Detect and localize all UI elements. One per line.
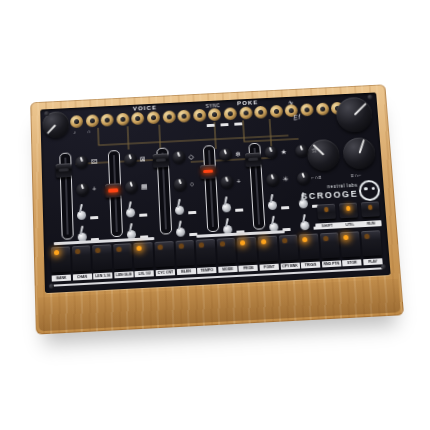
- patch-jack[interactable]: [193, 109, 206, 122]
- function-led: [368, 205, 373, 210]
- column-icon-mid: ○: [190, 180, 195, 187]
- section-label-poke: POKE: [237, 99, 259, 106]
- voice-column: ⚄+: [57, 151, 104, 244]
- right-knob-b[interactable]: [342, 137, 376, 170]
- toggle-switch[interactable]: [300, 221, 310, 230]
- panel-screw: [49, 284, 54, 289]
- step-key-16[interactable]: [361, 230, 382, 256]
- patch-jack[interactable]: [85, 114, 98, 127]
- slider-led: [203, 169, 213, 173]
- small-knob[interactable]: [264, 146, 278, 159]
- step-key-10[interactable]: [237, 237, 257, 263]
- function-button-group: [317, 201, 380, 219]
- patch-jack[interactable]: [300, 103, 314, 116]
- small-knob[interactable]: [75, 155, 88, 168]
- voice-column: ⊠▦: [106, 148, 153, 241]
- column-icon-top: ◇: [188, 153, 194, 160]
- small-knob[interactable]: [220, 175, 234, 188]
- step-key-1[interactable]: [51, 246, 70, 272]
- column-icon-mid: +: [236, 178, 240, 185]
- step-label: POINT: [259, 264, 279, 271]
- patch-jack[interactable]: [254, 106, 268, 119]
- small-knob[interactable]: [266, 173, 280, 186]
- panel-screw: [367, 95, 372, 100]
- step-led: [261, 239, 266, 244]
- step-led: [116, 247, 121, 252]
- small-knob[interactable]: [124, 153, 137, 166]
- column-icon-mid: ▦: [141, 183, 148, 190]
- function-button-util[interactable]: [339, 203, 358, 219]
- patch-jack[interactable]: [131, 112, 144, 125]
- step-key-11[interactable]: [258, 236, 278, 262]
- step-key-7[interactable]: [175, 240, 195, 266]
- function-button-run[interactable]: [361, 201, 380, 217]
- face-logo: [358, 180, 380, 202]
- step-key-2[interactable]: [72, 245, 92, 271]
- step-led: [75, 249, 80, 254]
- slider-led: [59, 168, 69, 172]
- small-knob[interactable]: [125, 180, 138, 193]
- toggle-micro-label: [139, 213, 147, 216]
- step-led: [95, 248, 100, 253]
- column-icon-top: ☆: [311, 147, 318, 154]
- step-key-4[interactable]: [113, 243, 133, 269]
- patch-jack[interactable]: [101, 114, 114, 127]
- small-knob[interactable]: [297, 171, 311, 184]
- patch-jack[interactable]: [177, 110, 190, 123]
- step-label: BLEN: [176, 268, 195, 275]
- column-icon-top: ⊠: [140, 155, 146, 162]
- slider-led: [156, 158, 166, 162]
- jack-micro-label: [234, 122, 242, 125]
- step-led: [364, 234, 369, 239]
- ef-glyph: Ef: [293, 113, 302, 121]
- slider-led: [248, 157, 258, 161]
- synthesizer-device: VOICE SYNC POKE ∿ ♪ ∩ Ef ⌐∩≡ ≡∩⌐ ⚄+⊠▦◇○❄…: [30, 84, 404, 334]
- small-knob[interactable]: [76, 183, 89, 196]
- toggle-switch[interactable]: [175, 206, 184, 215]
- step-label: CHAN: [72, 273, 91, 280]
- step-led: [137, 246, 142, 251]
- step-led: [323, 236, 328, 241]
- function-led: [346, 206, 351, 211]
- step-key-3[interactable]: [92, 244, 112, 270]
- step-key-14[interactable]: [320, 232, 340, 258]
- slider-led: [108, 188, 118, 192]
- step-key-9[interactable]: [216, 238, 236, 264]
- step-led: [158, 245, 163, 250]
- patch-jack[interactable]: [147, 111, 160, 124]
- step-key-5[interactable]: [134, 242, 154, 268]
- step-label: TRIG/S: [301, 262, 321, 269]
- front-panel: VOICE SYNC POKE ∿ ♪ ∩ Ef ⌐∩≡ ≡∩⌐ ⚄+⊠▦◇○❄…: [40, 92, 390, 293]
- step-label: STOR: [342, 259, 362, 266]
- product-photo-scene: VOICE SYNC POKE ∿ ♪ ∩ Ef ⌐∩≡ ≡∩⌐ ⚄+⊠▦◇○❄…: [0, 0, 430, 430]
- step-key-13[interactable]: [299, 233, 319, 259]
- function-led: [324, 207, 329, 212]
- patch-jack[interactable]: [208, 108, 221, 121]
- step-label: CYC CNT: [156, 269, 175, 276]
- function-label: RUN: [367, 222, 375, 226]
- small-knob[interactable]: [295, 144, 309, 157]
- toggle-switch[interactable]: [126, 208, 135, 217]
- function-button-shift[interactable]: [317, 204, 336, 220]
- step-led: [220, 241, 225, 246]
- column-icon-top: ⚄: [91, 158, 97, 165]
- column-icon-mid: +: [92, 185, 96, 192]
- step-label: PROB: [239, 265, 258, 272]
- step-label: CPY BNK: [280, 263, 300, 270]
- patch-jack[interactable]: [70, 115, 83, 128]
- column-icon-top: ❄: [235, 151, 241, 158]
- step-label: LEN GLB: [114, 271, 133, 278]
- patch-jack[interactable]: [269, 105, 283, 118]
- toggle-switch[interactable]: [222, 203, 231, 212]
- patch-jack[interactable]: [223, 107, 236, 120]
- headphone-icon: ∩: [87, 128, 91, 134]
- toggle-micro-label: [90, 216, 98, 219]
- jack-micro-label: [207, 124, 215, 127]
- step-label: TEMPO: [197, 267, 216, 274]
- step-key-8[interactable]: [196, 239, 216, 265]
- small-knob[interactable]: [219, 148, 233, 161]
- section-label-sync: SYNC: [206, 103, 221, 109]
- voice-column: ❄+: [201, 144, 250, 237]
- function-label: UTIL: [346, 223, 355, 227]
- function-label: SHIFT: [322, 224, 333, 229]
- slider-cap[interactable]: [200, 164, 217, 179]
- patch-jack[interactable]: [239, 106, 253, 119]
- step-label: RND PTN: [322, 260, 342, 267]
- waveform-squiggle-icon: ∿: [288, 99, 295, 106]
- slider-cap[interactable]: [153, 153, 169, 167]
- toggle-switch[interactable]: [77, 211, 86, 220]
- jack-micro-label: [220, 123, 228, 126]
- slider-cap[interactable]: [56, 163, 72, 178]
- step-key-15[interactable]: [340, 231, 361, 257]
- toggle-micro-label: [188, 211, 196, 214]
- patch-jack[interactable]: [315, 103, 329, 116]
- panel-screw: [381, 264, 386, 269]
- step-led: [199, 242, 204, 247]
- step-led: [54, 250, 59, 255]
- step-led: [282, 238, 287, 243]
- small-knob[interactable]: [174, 178, 188, 191]
- toggle-switch[interactable]: [176, 227, 185, 236]
- top-right-knob[interactable]: [335, 97, 373, 133]
- step-led: [344, 235, 349, 240]
- patch-jack[interactable]: [162, 110, 175, 123]
- toggle-micro-label: [235, 208, 243, 211]
- slider-cap[interactable]: [105, 183, 121, 198]
- patch-jack[interactable]: [116, 113, 129, 126]
- waveform-glyph-right: ≡∩⌐: [351, 172, 362, 178]
- model-name: SCROOGE: [301, 188, 359, 201]
- step-label: BANK: [52, 275, 71, 282]
- step-led: [302, 237, 307, 242]
- step-key-6[interactable]: [154, 241, 174, 267]
- brand-block: neutral labs SCROOGE: [300, 183, 358, 201]
- toggle-switch[interactable]: [268, 201, 278, 210]
- slider-cap[interactable]: [245, 152, 262, 166]
- step-label: MODE: [218, 266, 237, 273]
- note-icon: ♪: [73, 129, 76, 135]
- small-knob[interactable]: [172, 151, 185, 164]
- step-key-12[interactable]: [278, 235, 298, 261]
- step-label: LVL 1/2: [135, 270, 154, 277]
- step-led: [178, 243, 183, 248]
- step-led: [240, 240, 245, 245]
- step-label: PLAY: [363, 258, 383, 265]
- slider-track[interactable]: [203, 145, 220, 232]
- voice-column: ◇○: [154, 146, 202, 239]
- step-label: LEN 1-16: [93, 272, 112, 279]
